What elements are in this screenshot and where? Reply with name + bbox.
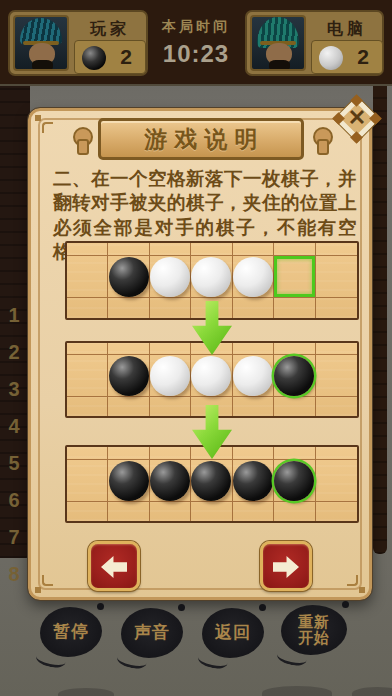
board-cell: [274, 298, 315, 318]
board-cell: [274, 343, 315, 355]
computer-stone-count: 2: [346, 45, 380, 69]
board-cell: [274, 460, 315, 502]
board-cell: [67, 355, 108, 397]
board-row-label: 6: [0, 489, 28, 515]
pause-button[interactable]: 暂停: [40, 607, 102, 657]
board-cell: [316, 256, 357, 298]
close-button[interactable]: ✕: [334, 96, 380, 142]
avatar-beard: [32, 60, 53, 71]
board-cell: [233, 502, 274, 521]
corner-ornament: [35, 573, 55, 593]
board-cell: [274, 502, 315, 521]
board-cell: [108, 447, 149, 460]
white-stone: [191, 257, 231, 297]
player-stone-count: 2: [109, 45, 143, 69]
black-stone: [191, 461, 231, 501]
board-cell: [233, 460, 274, 502]
board-cell: [233, 298, 274, 318]
board-cell: [67, 256, 108, 298]
board-row-label: 2: [0, 341, 28, 367]
game-timer: 本局时间 10:23: [148, 18, 244, 68]
board-row-label: 5: [0, 452, 28, 478]
black-stone: [109, 356, 149, 396]
white-stone: [150, 257, 190, 297]
left-arrow-icon: [101, 556, 127, 578]
board-cell: [108, 460, 149, 502]
ink-decoration: [352, 687, 392, 696]
white-stone: [150, 356, 190, 396]
back-button-label: 返回: [215, 624, 251, 643]
sound-button-label: 声音: [134, 624, 170, 643]
black-stone: [109, 461, 149, 501]
pause-button-label: 暂停: [53, 623, 89, 642]
board-cell: [150, 397, 191, 416]
board-cell: [316, 397, 357, 416]
board-cell: [67, 460, 108, 502]
white-stone: [233, 356, 273, 396]
board-cell: [233, 243, 274, 256]
board-cell: [316, 460, 357, 502]
board-cell: [150, 502, 191, 521]
dialog-title: 游戏说明: [138, 124, 265, 155]
board-cell: [150, 256, 191, 298]
board-cell: [316, 343, 357, 355]
computer-score-box: 2: [311, 40, 383, 74]
board-cell: [233, 355, 274, 397]
board-row-label: 7: [0, 526, 28, 552]
black-stone: [233, 461, 273, 501]
restart-button-label: 重新开始: [297, 614, 331, 647]
board-cell: [108, 243, 149, 256]
avatar-beard: [269, 60, 290, 71]
board-cell: [316, 447, 357, 460]
board-cell: [108, 343, 149, 355]
board-cell: [274, 447, 315, 460]
timer-value: 10:23: [148, 40, 244, 68]
board-cell: [316, 355, 357, 397]
board-cell: [108, 298, 149, 318]
corner-ornament: [35, 115, 55, 135]
board-cell: [191, 243, 232, 256]
player-panel: 玩家 2: [8, 10, 148, 76]
board-row-label: 4: [0, 415, 28, 441]
board-cell: [108, 397, 149, 416]
right-arrow-icon: [273, 556, 299, 578]
board-cell: [191, 256, 232, 298]
white-stone: [233, 257, 273, 297]
board-cell: [233, 397, 274, 416]
player-name: 玩家: [74, 19, 146, 40]
board-cell: [274, 355, 315, 397]
highlighted-empty-cell: [274, 256, 314, 297]
computer-name: 电脑: [311, 19, 383, 40]
board-row-label: 8: [0, 563, 28, 589]
board-row-coordinates-strip: 12345678: [0, 86, 30, 558]
board-cell: [108, 502, 149, 521]
board-cell: [316, 502, 357, 521]
restart-button[interactable]: 重新开始: [281, 605, 347, 655]
corner-ornament: [345, 573, 365, 593]
board-cell: [150, 460, 191, 502]
black-stone: [109, 257, 149, 297]
cloud-ornament-left: [69, 127, 93, 153]
board-row-label: 3: [0, 378, 28, 404]
board-cell: [274, 243, 315, 256]
board-cell: [67, 243, 108, 256]
player-avatar: [13, 15, 69, 71]
prev-page-button[interactable]: [88, 541, 140, 591]
board-cell: [108, 355, 149, 397]
computer-panel: 电脑 2: [245, 10, 384, 76]
black-stone: [150, 461, 190, 501]
board-cell: [316, 298, 357, 318]
board-cell: [233, 256, 274, 298]
black-stone-highlighted: [274, 356, 314, 396]
white-stone-icon: [319, 46, 343, 70]
rules-dialog: 游戏说明 ✕ 二、在一个空格新落下一枚棋子，并翻转对手被夹的棋子，夹住的位置上必…: [28, 108, 372, 600]
top-bar: 玩家 2 本局时间 10:23 电脑 2: [0, 0, 392, 86]
board-cell: [67, 397, 108, 416]
board-cell: [191, 355, 232, 397]
next-page-button[interactable]: [260, 541, 312, 591]
computer-avatar: [250, 15, 306, 71]
back-button[interactable]: 返回: [202, 608, 264, 658]
board-cell: [191, 460, 232, 502]
black-stone-highlighted: [274, 461, 314, 501]
ink-decoration: [58, 688, 114, 696]
ink-decoration: [262, 686, 332, 696]
board-cell: [67, 298, 108, 318]
player-score-box: 2: [74, 40, 146, 74]
black-stone-icon: [82, 46, 106, 70]
board-right-frame: [373, 86, 387, 554]
board-cell: [150, 355, 191, 397]
board-cell: [274, 256, 315, 298]
board-cell: [150, 243, 191, 256]
board-cell: [67, 502, 108, 521]
board-cell: [316, 243, 357, 256]
board-cell: [191, 502, 232, 521]
timer-label: 本局时间: [148, 18, 244, 36]
board-cell: [108, 256, 149, 298]
board-cell: [67, 447, 108, 460]
board-cell: [150, 298, 191, 318]
board-cell: [274, 397, 315, 416]
board-cell: [233, 447, 274, 460]
board-cell: [150, 343, 191, 355]
board-cell: [150, 447, 191, 460]
white-stone: [191, 356, 231, 396]
dialog-title-banner: 游戏说明: [98, 118, 304, 160]
board-row-label: 1: [0, 304, 28, 330]
app-root: 玩家 2 本局时间 10:23 电脑 2 12345678: [0, 0, 392, 696]
sound-button[interactable]: 声音: [121, 608, 183, 658]
close-icon: ✕: [334, 105, 380, 131]
board-cell: [67, 343, 108, 355]
cloud-ornament-right: [309, 127, 333, 153]
board-cell: [233, 343, 274, 355]
